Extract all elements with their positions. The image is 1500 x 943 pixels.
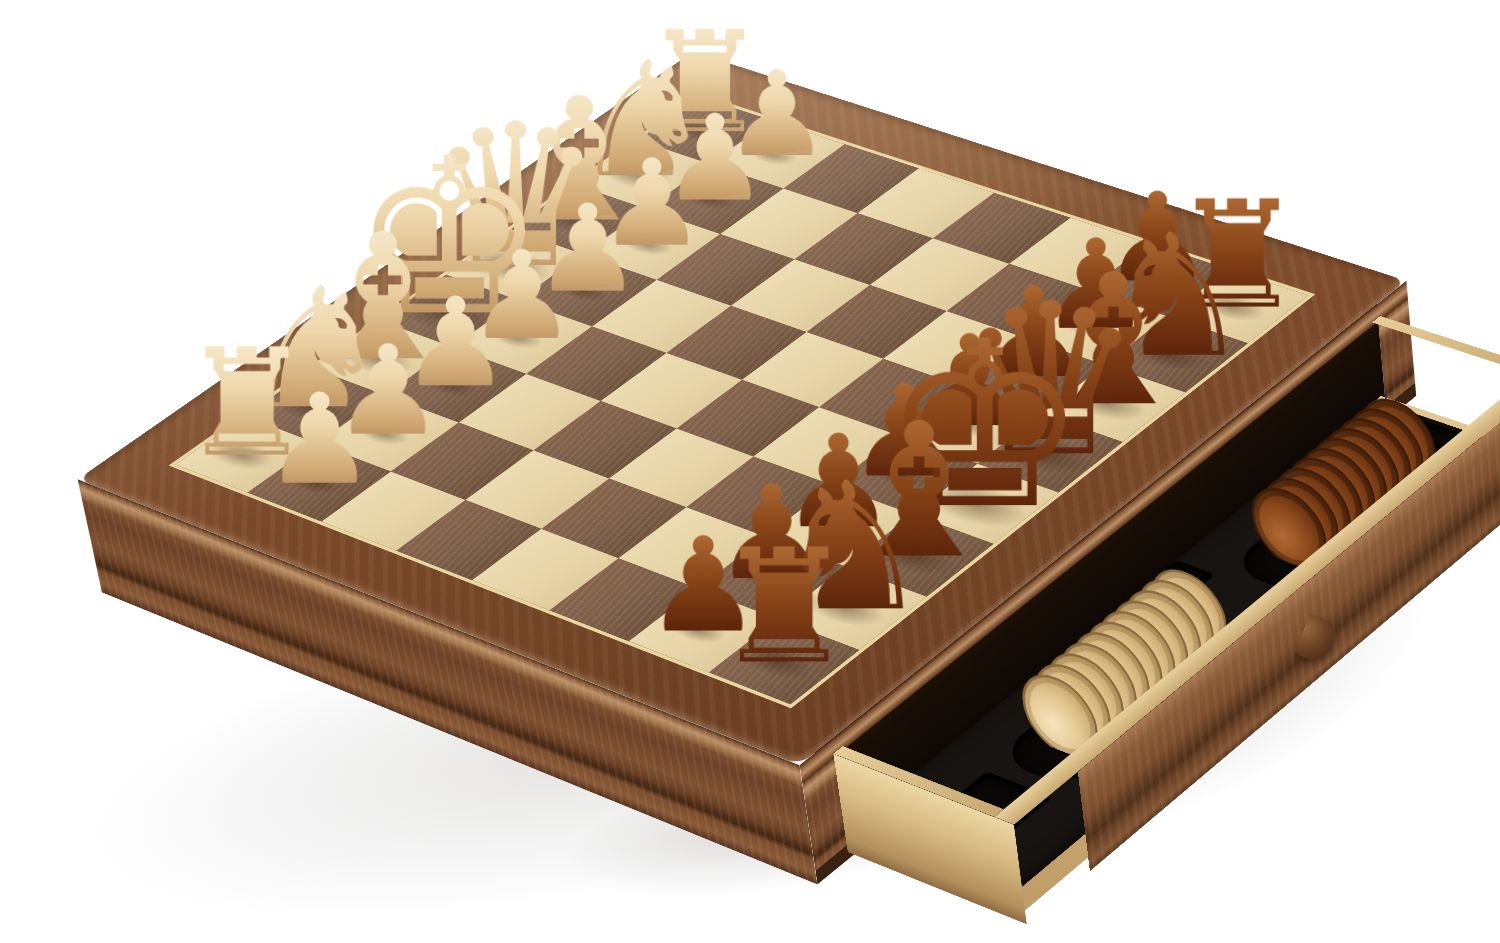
chess-box-assembly: ♜♟♟♜♞♟♟♞♝♟♟♝♛♟♟♛♚♟♟♚♝♟♟♝♞♟♟♞♜♟♟♜ <box>78 52 1407 766</box>
white-pawn-h2[interactable]: ♟ <box>263 377 375 502</box>
drawer-knob[interactable] <box>1290 615 1334 659</box>
